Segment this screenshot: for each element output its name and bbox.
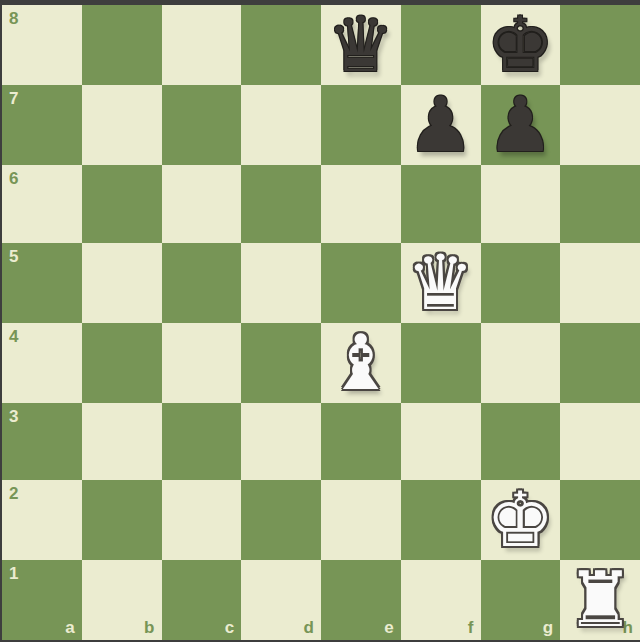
square-h2[interactable] bbox=[560, 480, 640, 560]
square-b5[interactable] bbox=[82, 243, 162, 323]
square-h6[interactable] bbox=[560, 165, 640, 243]
file-label-b: b bbox=[144, 619, 154, 636]
square-f2[interactable] bbox=[401, 480, 481, 560]
square-b8[interactable] bbox=[82, 5, 162, 85]
square-g8[interactable]: ♚ bbox=[481, 5, 561, 85]
file-label-e: e bbox=[384, 619, 393, 636]
chess-board: 8♛♚7♟♟65♛4♝32♚1abcdefgh♜ bbox=[2, 5, 640, 640]
square-c6[interactable] bbox=[162, 165, 242, 243]
rank-label-8: 8 bbox=[9, 10, 18, 27]
square-c5[interactable] bbox=[162, 243, 242, 323]
square-a4[interactable]: 4 bbox=[2, 323, 82, 403]
square-h1[interactable]: h♜ bbox=[560, 560, 640, 640]
square-b7[interactable] bbox=[82, 85, 162, 165]
chess-app-window: 8♛♚7♟♟65♛4♝32♚1abcdefgh♜ bbox=[0, 0, 640, 642]
white-queen[interactable]: ♛ bbox=[407, 243, 475, 323]
square-a8[interactable]: 8 bbox=[2, 5, 82, 85]
square-e4[interactable]: ♝ bbox=[321, 323, 401, 403]
square-g2[interactable]: ♚ bbox=[481, 480, 561, 560]
square-a1[interactable]: 1a bbox=[2, 560, 82, 640]
square-g1[interactable]: g bbox=[481, 560, 561, 640]
square-d7[interactable] bbox=[241, 85, 321, 165]
square-d1[interactable]: d bbox=[241, 560, 321, 640]
square-d6[interactable] bbox=[241, 165, 321, 243]
square-d8[interactable] bbox=[241, 5, 321, 85]
rank-label-2: 2 bbox=[9, 485, 18, 502]
square-d4[interactable] bbox=[241, 323, 321, 403]
square-f5[interactable]: ♛ bbox=[401, 243, 481, 323]
square-b1[interactable]: b bbox=[82, 560, 162, 640]
square-d3[interactable] bbox=[241, 403, 321, 481]
square-e7[interactable] bbox=[321, 85, 401, 165]
square-g3[interactable] bbox=[481, 403, 561, 481]
square-g4[interactable] bbox=[481, 323, 561, 403]
square-a3[interactable]: 3 bbox=[2, 403, 82, 481]
white-rook[interactable]: ♜ bbox=[566, 560, 634, 640]
square-b2[interactable] bbox=[82, 480, 162, 560]
square-d5[interactable] bbox=[241, 243, 321, 323]
square-f8[interactable] bbox=[401, 5, 481, 85]
square-h8[interactable] bbox=[560, 5, 640, 85]
file-label-c: c bbox=[225, 619, 234, 636]
file-label-f: f bbox=[468, 619, 474, 636]
square-b6[interactable] bbox=[82, 165, 162, 243]
square-c1[interactable]: c bbox=[162, 560, 242, 640]
file-label-g: g bbox=[543, 619, 553, 636]
black-pawn[interactable]: ♟ bbox=[486, 85, 554, 165]
rank-label-1: 1 bbox=[9, 565, 18, 582]
black-pawn[interactable]: ♟ bbox=[407, 85, 475, 165]
square-f6[interactable] bbox=[401, 165, 481, 243]
square-f4[interactable] bbox=[401, 323, 481, 403]
square-f7[interactable]: ♟ bbox=[401, 85, 481, 165]
square-a7[interactable]: 7 bbox=[2, 85, 82, 165]
square-h5[interactable] bbox=[560, 243, 640, 323]
square-g7[interactable]: ♟ bbox=[481, 85, 561, 165]
square-c4[interactable] bbox=[162, 323, 242, 403]
rank-label-7: 7 bbox=[9, 90, 18, 107]
square-g6[interactable] bbox=[481, 165, 561, 243]
square-e5[interactable] bbox=[321, 243, 401, 323]
square-e2[interactable] bbox=[321, 480, 401, 560]
square-h4[interactable] bbox=[560, 323, 640, 403]
square-b3[interactable] bbox=[82, 403, 162, 481]
file-label-a: a bbox=[65, 619, 74, 636]
white-king[interactable]: ♚ bbox=[486, 480, 554, 560]
square-e6[interactable] bbox=[321, 165, 401, 243]
square-e1[interactable]: e bbox=[321, 560, 401, 640]
square-c3[interactable] bbox=[162, 403, 242, 481]
square-c2[interactable] bbox=[162, 480, 242, 560]
square-h3[interactable] bbox=[560, 403, 640, 481]
square-h7[interactable] bbox=[560, 85, 640, 165]
rank-label-4: 4 bbox=[9, 328, 18, 345]
square-a6[interactable]: 6 bbox=[2, 165, 82, 243]
square-g5[interactable] bbox=[481, 243, 561, 323]
square-a2[interactable]: 2 bbox=[2, 480, 82, 560]
square-a5[interactable]: 5 bbox=[2, 243, 82, 323]
file-label-d: d bbox=[304, 619, 314, 636]
square-b4[interactable] bbox=[82, 323, 162, 403]
square-f3[interactable] bbox=[401, 403, 481, 481]
square-f1[interactable]: f bbox=[401, 560, 481, 640]
square-d2[interactable] bbox=[241, 480, 321, 560]
white-bishop[interactable]: ♝ bbox=[327, 323, 395, 403]
square-c7[interactable] bbox=[162, 85, 242, 165]
square-c8[interactable] bbox=[162, 5, 242, 85]
black-queen[interactable]: ♛ bbox=[327, 5, 395, 85]
rank-label-3: 3 bbox=[9, 408, 18, 425]
black-king[interactable]: ♚ bbox=[486, 5, 554, 85]
rank-label-6: 6 bbox=[9, 170, 18, 187]
square-e8[interactable]: ♛ bbox=[321, 5, 401, 85]
rank-label-5: 5 bbox=[9, 248, 18, 265]
square-e3[interactable] bbox=[321, 403, 401, 481]
